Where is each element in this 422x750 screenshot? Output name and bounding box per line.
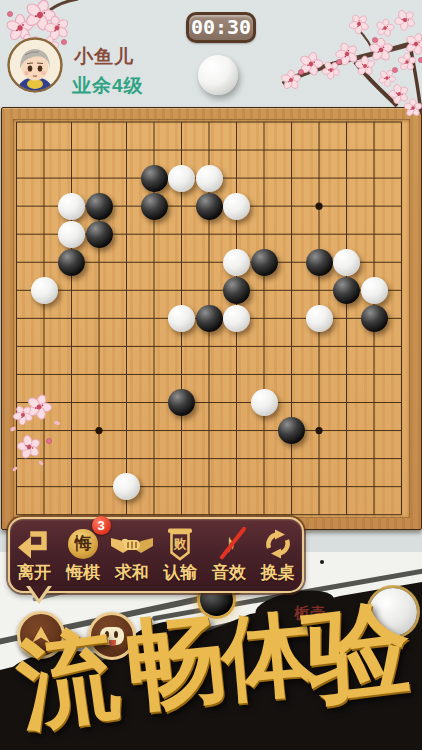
draw-button[interactable]: 求和	[107, 519, 156, 591]
player-rank: 业余4级	[72, 73, 144, 99]
stone-white	[223, 305, 250, 332]
stone-white	[58, 193, 85, 220]
return-arrow-icon	[16, 526, 53, 562]
stone-white	[168, 305, 195, 332]
stone-black	[58, 249, 85, 276]
cherry-blossom-branch	[235, 0, 422, 118]
undo-label: 悔棋	[66, 564, 100, 581]
player-avatar[interactable]	[7, 37, 63, 93]
stone-black	[168, 389, 195, 416]
star-point	[315, 427, 322, 434]
sound-button[interactable]: ♪音效	[205, 519, 254, 591]
stone-black	[278, 417, 305, 444]
handshake-icon	[110, 526, 154, 562]
stone-white	[306, 305, 333, 332]
stone-black	[196, 193, 223, 220]
stone-white	[196, 165, 223, 192]
undo-button[interactable]: 悔悔棋3	[59, 519, 108, 591]
stone-black	[361, 305, 388, 332]
stone-white	[223, 193, 250, 220]
stone-black	[223, 277, 250, 304]
move-timer: 00:30	[186, 12, 256, 43]
toolbar-tail	[26, 586, 52, 604]
svg-text:败: 败	[173, 536, 187, 551]
star-point	[315, 203, 322, 210]
slogan-char: 畅	[121, 607, 231, 717]
stone-white	[361, 277, 388, 304]
player-name: 小鱼儿	[74, 44, 134, 70]
stone-black	[306, 249, 333, 276]
stone-black	[251, 249, 278, 276]
stone-white	[58, 221, 85, 248]
stone-black	[196, 305, 223, 332]
table-button[interactable]: 换桌	[253, 519, 302, 591]
resign-button[interactable]: 败认输	[156, 519, 205, 591]
stone-black	[141, 193, 168, 220]
table-label: 换桌	[261, 564, 295, 581]
muted-note-icon: ♪	[222, 526, 236, 562]
stone-white	[168, 165, 195, 192]
turn-indicator-white-stone	[198, 55, 238, 95]
slogan-char: 流	[12, 624, 125, 737]
stone-white	[113, 473, 140, 500]
refresh-icon	[262, 526, 294, 562]
leave-label: 离开	[17, 564, 51, 581]
game-toolbar: 离开悔悔棋3求和败认输♪音效换桌	[8, 517, 304, 593]
slogan-char: 验	[300, 594, 416, 710]
sound-label: 音效	[212, 564, 246, 581]
stone-white	[223, 249, 250, 276]
resign-label: 认输	[163, 564, 197, 581]
stone-white	[251, 389, 278, 416]
leave-button[interactable]: 离开	[10, 519, 59, 591]
game-screen: 小鱼儿 业余4级 00:30 栀壳	[0, 0, 422, 750]
board-blossom-decor	[5, 385, 75, 477]
stone-black	[333, 277, 360, 304]
stone-white	[333, 249, 360, 276]
draw-label: 求和	[115, 564, 149, 581]
stone-black	[141, 165, 168, 192]
stone-black	[86, 221, 113, 248]
star-point	[95, 427, 102, 434]
defeat-banner-icon: 败	[167, 526, 193, 562]
stone-white	[31, 277, 58, 304]
stone-black	[86, 193, 113, 220]
